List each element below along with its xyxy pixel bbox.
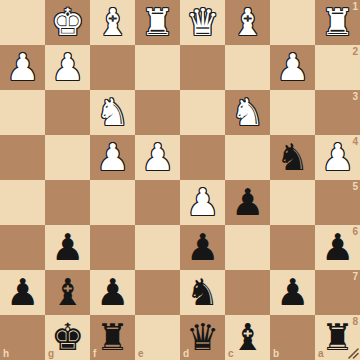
square-a6[interactable]: ♟6 <box>315 225 360 270</box>
square-d1[interactable]: ♛ <box>180 0 225 45</box>
piece-white-bishop[interactable]: ♝ <box>225 0 270 45</box>
square-e5[interactable] <box>135 180 180 225</box>
square-b4[interactable]: ♞ <box>270 135 315 180</box>
rank-label-2: 2 <box>352 46 358 57</box>
square-h8[interactable]: h <box>0 315 45 360</box>
square-h5[interactable] <box>0 180 45 225</box>
square-e4[interactable]: ♟ <box>135 135 180 180</box>
square-b5[interactable] <box>270 180 315 225</box>
square-h3[interactable] <box>0 90 45 135</box>
piece-white-pawn[interactable]: ♟ <box>180 180 225 225</box>
square-g5[interactable] <box>45 180 90 225</box>
piece-white-pawn[interactable]: ♟ <box>270 45 315 90</box>
square-a7[interactable]: 7 <box>315 270 360 315</box>
square-g7[interactable]: ♝ <box>45 270 90 315</box>
square-b2[interactable]: ♟ <box>270 45 315 90</box>
square-f1[interactable]: ♝ <box>90 0 135 45</box>
piece-black-pawn[interactable]: ♟ <box>180 225 225 270</box>
square-c3[interactable]: ♞ <box>225 90 270 135</box>
square-g2[interactable]: ♟ <box>45 45 90 90</box>
square-d8[interactable]: ♛d <box>180 315 225 360</box>
chess-board: ♚♝♜♛♝♜1♟♟♟2♞♞3♟♟♞♟4♟♟5♟♟♟6♟♝♟♞♟7h♚g♜fe♛d… <box>0 0 360 360</box>
square-d4[interactable] <box>180 135 225 180</box>
piece-black-king[interactable]: ♚ <box>45 315 90 360</box>
piece-black-queen[interactable]: ♛ <box>180 315 225 360</box>
piece-black-pawn[interactable]: ♟ <box>0 270 45 315</box>
square-h4[interactable] <box>0 135 45 180</box>
piece-black-pawn[interactable]: ♟ <box>90 270 135 315</box>
square-c5[interactable]: ♟ <box>225 180 270 225</box>
square-c2[interactable] <box>225 45 270 90</box>
piece-black-pawn[interactable]: ♟ <box>270 270 315 315</box>
square-a1[interactable]: ♜1 <box>315 0 360 45</box>
piece-white-rook[interactable]: ♜ <box>135 0 180 45</box>
square-g3[interactable] <box>45 90 90 135</box>
square-g6[interactable]: ♟ <box>45 225 90 270</box>
square-d5[interactable]: ♟ <box>180 180 225 225</box>
piece-black-rook[interactable]: ♜ <box>90 315 135 360</box>
square-b6[interactable] <box>270 225 315 270</box>
square-d3[interactable] <box>180 90 225 135</box>
rank-label-5: 5 <box>352 181 358 192</box>
square-e1[interactable]: ♜ <box>135 0 180 45</box>
square-f5[interactable] <box>90 180 135 225</box>
piece-black-pawn[interactable]: ♟ <box>45 225 90 270</box>
square-e3[interactable] <box>135 90 180 135</box>
piece-white-pawn[interactable]: ♟ <box>315 135 360 180</box>
square-e6[interactable] <box>135 225 180 270</box>
piece-white-knight[interactable]: ♞ <box>90 90 135 135</box>
piece-white-pawn[interactable]: ♟ <box>90 135 135 180</box>
rank-label-3: 3 <box>352 91 358 102</box>
piece-white-bishop[interactable]: ♝ <box>90 0 135 45</box>
square-d7[interactable]: ♞ <box>180 270 225 315</box>
square-c1[interactable]: ♝ <box>225 0 270 45</box>
square-f7[interactable]: ♟ <box>90 270 135 315</box>
piece-black-knight[interactable]: ♞ <box>180 270 225 315</box>
square-g8[interactable]: ♚g <box>45 315 90 360</box>
square-c4[interactable] <box>225 135 270 180</box>
file-label-e: e <box>138 348 144 359</box>
piece-black-knight[interactable]: ♞ <box>270 135 315 180</box>
piece-white-pawn[interactable]: ♟ <box>0 45 45 90</box>
square-e7[interactable] <box>135 270 180 315</box>
square-f3[interactable]: ♞ <box>90 90 135 135</box>
piece-white-queen[interactable]: ♛ <box>180 0 225 45</box>
square-a5[interactable]: 5 <box>315 180 360 225</box>
square-e2[interactable] <box>135 45 180 90</box>
piece-white-king[interactable]: ♚ <box>45 0 90 45</box>
resize-handle-icon[interactable] <box>348 348 359 359</box>
square-b8[interactable]: b <box>270 315 315 360</box>
square-f6[interactable] <box>90 225 135 270</box>
square-f2[interactable] <box>90 45 135 90</box>
square-c7[interactable] <box>225 270 270 315</box>
square-f4[interactable]: ♟ <box>90 135 135 180</box>
square-b7[interactable]: ♟ <box>270 270 315 315</box>
square-c8[interactable]: ♝c <box>225 315 270 360</box>
square-b1[interactable] <box>270 0 315 45</box>
rank-label-7: 7 <box>352 271 358 282</box>
square-c6[interactable] <box>225 225 270 270</box>
piece-black-bishop[interactable]: ♝ <box>225 315 270 360</box>
square-b3[interactable] <box>270 90 315 135</box>
piece-white-knight[interactable]: ♞ <box>225 90 270 135</box>
square-f8[interactable]: ♜f <box>90 315 135 360</box>
square-a3[interactable]: 3 <box>315 90 360 135</box>
square-a4[interactable]: ♟4 <box>315 135 360 180</box>
square-e8[interactable]: e <box>135 315 180 360</box>
piece-white-rook[interactable]: ♜ <box>315 0 360 45</box>
square-d6[interactable]: ♟ <box>180 225 225 270</box>
square-h7[interactable]: ♟ <box>0 270 45 315</box>
piece-white-pawn[interactable]: ♟ <box>45 45 90 90</box>
piece-black-pawn[interactable]: ♟ <box>315 225 360 270</box>
square-d2[interactable] <box>180 45 225 90</box>
square-g4[interactable] <box>45 135 90 180</box>
piece-black-pawn[interactable]: ♟ <box>225 180 270 225</box>
square-h2[interactable]: ♟ <box>0 45 45 90</box>
board-grid: ♚♝♜♛♝♜1♟♟♟2♞♞3♟♟♞♟4♟♟5♟♟♟6♟♝♟♞♟7h♚g♜fe♛d… <box>0 0 360 360</box>
square-g1[interactable]: ♚ <box>45 0 90 45</box>
square-a2[interactable]: 2 <box>315 45 360 90</box>
square-h6[interactable] <box>0 225 45 270</box>
square-h1[interactable] <box>0 0 45 45</box>
piece-black-bishop[interactable]: ♝ <box>45 270 90 315</box>
file-label-b: b <box>273 348 279 359</box>
file-label-h: h <box>3 348 9 359</box>
piece-white-pawn[interactable]: ♟ <box>135 135 180 180</box>
